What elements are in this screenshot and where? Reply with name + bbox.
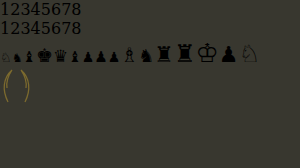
rank-label: 4 [31,19,41,38]
file-label: 8 [71,0,81,19]
game-screen: 12345678 12345678 ♘♞♝♚♛♝♟♟♟♗♞♜♜♔♟♘ Dark … [0,0,300,168]
captured-piece-slot [0,138,10,148]
chess-piece-bk: ♚ [36,44,53,66]
captured-piece-slot [0,108,10,118]
rank-label: 8 [71,19,81,38]
file-label: 5 [41,0,51,19]
rank-label: 7 [61,19,71,38]
rank-label: 3 [20,19,30,38]
laurel-right-icon [19,68,33,104]
file-label: 2 [10,0,20,19]
chess-piece-bb: ♝ [68,48,81,66]
captured-piece-slot [0,128,10,138]
background-wall [110,0,300,168]
chess-piece-bn: ♞ [12,51,23,65]
file-label: 4 [31,0,41,19]
captured-piece-slot [0,118,10,128]
chess-piece-bp: ♟ [94,48,107,66]
captured-piece-slot [0,148,10,158]
file-label: 3 [20,0,30,19]
laurel-left-icon [0,68,14,104]
rank-label: 2 [10,19,20,38]
file-label: 6 [51,0,61,19]
rank-label: 5 [41,19,51,38]
rank-label: 1 [0,19,10,38]
file-label: 1 [0,0,10,19]
file-label: 7 [61,0,71,19]
chess-piece-wn: ♘ [0,50,12,65]
chess-piece-bp: ♟ [82,49,95,65]
rank-label: 6 [51,19,61,38]
captured-piece-slot [0,158,10,168]
chess-piece-bb: ♝ [22,48,35,66]
chess-piece-bq: ♛ [53,46,68,66]
